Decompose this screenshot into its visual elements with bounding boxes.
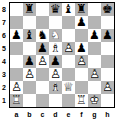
white-pawn-fill: ♟ <box>10 81 23 94</box>
white-queen-fill: ♛ <box>62 81 75 94</box>
white-rook-fill: ♜ <box>75 94 88 107</box>
square-h3[interactable] <box>101 68 114 81</box>
square-h8[interactable]: ♚ <box>101 3 114 16</box>
rank-label-2: 2 <box>0 81 8 94</box>
white-king[interactable]: ♔ <box>88 94 101 107</box>
black-knight[interactable]: ♞ <box>36 29 49 42</box>
black-pawn[interactable]: ♟ <box>49 55 62 68</box>
square-a5[interactable] <box>10 42 23 55</box>
square-h6[interactable]: ♟ <box>101 29 114 42</box>
white-pawn-fill: ♟ <box>62 42 75 55</box>
black-pawn[interactable]: ♟ <box>88 29 101 42</box>
square-e5[interactable]: ♟♙ <box>62 42 75 55</box>
square-d6[interactable]: ♞♘ <box>49 29 62 42</box>
black-pawn[interactable]: ♟ <box>75 16 88 29</box>
white-pawn[interactable]: ♙ <box>88 68 101 81</box>
white-pawn-fill: ♟ <box>88 68 101 81</box>
white-pawn-fill: ♟ <box>75 55 88 68</box>
white-pawn[interactable]: ♙ <box>36 55 49 68</box>
square-a8[interactable] <box>10 3 23 16</box>
white-pawn[interactable]: ♙ <box>62 42 75 55</box>
rank-label-6: 6 <box>0 29 8 42</box>
black-pawn[interactable]: ♟ <box>36 42 49 55</box>
square-b5[interactable] <box>23 42 36 55</box>
black-pawn[interactable]: ♟ <box>10 29 23 42</box>
square-d8[interactable]: ♛ <box>49 3 62 16</box>
square-g2[interactable] <box>88 81 101 94</box>
square-f4[interactable]: ♟♙ <box>75 55 88 68</box>
square-f3[interactable] <box>75 68 88 81</box>
square-b3[interactable]: ♟♙ <box>23 68 36 81</box>
square-e4[interactable] <box>62 55 75 68</box>
square-e6[interactable] <box>62 29 75 42</box>
white-bishop[interactable]: ♗ <box>49 81 62 94</box>
white-bishop[interactable]: ♗ <box>49 42 62 55</box>
square-c8[interactable] <box>36 3 49 16</box>
file-label-b: b <box>23 110 36 119</box>
square-d3[interactable]: ♟♙ <box>49 68 62 81</box>
square-a3[interactable] <box>10 68 23 81</box>
square-c5[interactable]: ♟ <box>36 42 49 55</box>
square-e8[interactable]: ♝ <box>62 3 75 16</box>
white-pawn[interactable]: ♙ <box>10 81 23 94</box>
square-b6[interactable]: ♝ <box>23 29 36 42</box>
square-g1[interactable]: ♚♔ <box>88 94 101 107</box>
black-rook[interactable]: ♜ <box>75 3 88 16</box>
white-knight[interactable]: ♘ <box>49 29 62 42</box>
white-queen[interactable]: ♕ <box>62 81 75 94</box>
white-bishop-fill: ♝ <box>49 42 62 55</box>
black-bishop[interactable]: ♝ <box>23 29 36 42</box>
square-g3[interactable]: ♟♙ <box>88 68 101 81</box>
white-rook[interactable]: ♖ <box>10 94 23 107</box>
file-label-h: h <box>101 110 114 119</box>
square-a7[interactable] <box>10 16 23 29</box>
square-h4[interactable] <box>101 55 114 68</box>
square-g6[interactable]: ♟ <box>88 29 101 42</box>
square-c4[interactable]: ♟♙ <box>36 55 49 68</box>
white-pawn[interactable]: ♙ <box>49 68 62 81</box>
square-c6[interactable]: ♞ <box>36 29 49 42</box>
square-h1[interactable] <box>101 94 114 107</box>
white-pawn-fill: ♟ <box>101 81 114 94</box>
square-f8[interactable]: ♜ <box>75 3 88 16</box>
white-pawn[interactable]: ♙ <box>75 55 88 68</box>
rank-label-4: 4 <box>0 55 8 68</box>
white-pawn-fill: ♟ <box>23 68 36 81</box>
white-bishop-fill: ♝ <box>49 81 62 94</box>
square-a2[interactable]: ♟♙ <box>10 81 23 94</box>
square-d4[interactable]: ♟ <box>49 55 62 68</box>
rank-label-5: 5 <box>0 42 8 55</box>
rank-label-7: 7 <box>0 16 8 29</box>
file-label-d: d <box>49 110 62 119</box>
square-b2[interactable] <box>23 81 36 94</box>
square-f7[interactable]: ♟ <box>75 16 88 29</box>
file-label-c: c <box>36 110 49 119</box>
square-g7[interactable] <box>88 16 101 29</box>
file-label-a: a <box>10 110 23 119</box>
square-a6[interactable]: ♟ <box>10 29 23 42</box>
file-labels: abcdefgh <box>10 110 114 119</box>
square-e7[interactable] <box>62 16 75 29</box>
square-d1[interactable] <box>49 94 62 107</box>
rank-label-3: 3 <box>0 68 8 81</box>
square-f5[interactable]: ♟ <box>75 42 88 55</box>
file-label-g: g <box>88 110 101 119</box>
square-g5[interactable] <box>88 42 101 55</box>
square-c2[interactable] <box>36 81 49 94</box>
white-king-fill: ♚ <box>88 94 101 107</box>
square-b1[interactable] <box>23 94 36 107</box>
file-label-f: f <box>75 110 88 119</box>
square-a4[interactable] <box>10 55 23 68</box>
black-queen[interactable]: ♛ <box>49 3 62 16</box>
black-pawn[interactable]: ♟ <box>75 42 88 55</box>
white-pawn[interactable]: ♙ <box>23 68 36 81</box>
square-h2[interactable]: ♟♙ <box>101 81 114 94</box>
white-rook-fill: ♜ <box>10 94 23 107</box>
square-f1[interactable]: ♜♖ <box>75 94 88 107</box>
square-b7[interactable] <box>23 16 36 29</box>
file-label-e: e <box>62 110 75 119</box>
white-knight-fill: ♞ <box>49 29 62 42</box>
black-pawn[interactable]: ♟ <box>23 55 36 68</box>
white-pawn[interactable]: ♙ <box>101 81 114 94</box>
square-g4[interactable] <box>88 55 101 68</box>
black-king[interactable]: ♚ <box>101 3 114 16</box>
square-e1[interactable] <box>62 94 75 107</box>
rank-labels: 87654321 <box>0 3 8 107</box>
white-pawn-fill: ♟ <box>36 55 49 68</box>
square-b4[interactable]: ♟ <box>23 55 36 68</box>
square-f6[interactable] <box>75 29 88 42</box>
square-c7[interactable] <box>36 16 49 29</box>
black-pawn[interactable]: ♟ <box>101 29 114 42</box>
square-d7[interactable] <box>49 16 62 29</box>
square-e3[interactable] <box>62 68 75 81</box>
rank-label-1: 1 <box>0 94 8 107</box>
chess-board[interactable]: ♜♛♝♜♚♟♟♝♞♞♘♟♟♟♝♗♟♙♟♟♟♙♟♟♙♟♙♟♙♟♙♟♙♝♗♛♕♟♙♜… <box>9 2 115 108</box>
square-e2[interactable]: ♛♕ <box>62 81 75 94</box>
square-h5[interactable] <box>101 42 114 55</box>
square-f2[interactable] <box>75 81 88 94</box>
square-h7[interactable] <box>101 16 114 29</box>
rank-label-8: 8 <box>0 3 8 16</box>
white-rook[interactable]: ♖ <box>75 94 88 107</box>
black-rook[interactable]: ♜ <box>23 3 36 16</box>
square-c1[interactable] <box>36 94 49 107</box>
square-g8[interactable] <box>88 3 101 16</box>
square-a1[interactable]: ♜♖ <box>10 94 23 107</box>
square-d5[interactable]: ♝♗ <box>49 42 62 55</box>
square-c3[interactable] <box>36 68 49 81</box>
white-pawn-fill: ♟ <box>49 68 62 81</box>
square-b8[interactable]: ♜ <box>23 3 36 16</box>
black-bishop[interactable]: ♝ <box>62 3 75 16</box>
square-d2[interactable]: ♝♗ <box>49 81 62 94</box>
